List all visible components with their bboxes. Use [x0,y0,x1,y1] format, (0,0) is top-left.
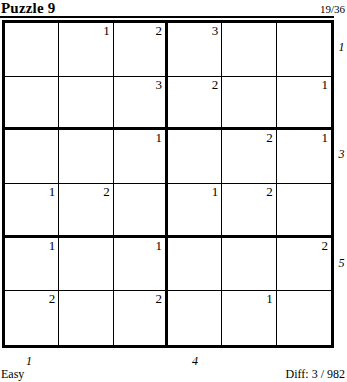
cell-r3c2[interactable] [59,130,113,184]
cell-r3c6[interactable]: 1 [277,130,331,184]
cell-r3c1[interactable] [5,130,59,184]
cell-r5c4[interactable] [168,238,222,292]
title-rule [0,16,334,18]
cell-r2c3[interactable]: 3 [114,77,168,131]
cell-r3c4[interactable] [168,130,222,184]
cell-r4c2[interactable]: 2 [59,184,113,238]
cell-r1c2[interactable]: 1 [59,23,113,77]
cell-r2c4[interactable]: 2 [168,77,222,131]
cell-r1c3[interactable]: 2 [114,23,168,77]
row-label-3: 3 [336,147,347,161]
row-label-1: 1 [336,40,347,54]
cell-r2c6[interactable]: 1 [277,77,331,131]
cell-r4c6[interactable] [277,184,331,238]
cell-r5c2[interactable] [59,238,113,292]
cell-r4c4[interactable]: 1 [168,184,222,238]
cell-r1c1[interactable] [5,23,59,77]
cell-r5c3[interactable]: 1 [114,238,168,292]
cell-r5c6[interactable]: 2 [277,238,331,292]
cell-r6c6[interactable] [277,291,331,345]
cell-r5c1[interactable]: 1 [5,238,59,292]
cell-r2c5[interactable] [222,77,276,131]
cell-r6c4[interactable] [168,291,222,345]
cell-r4c1[interactable]: 1 [5,184,59,238]
cell-r6c5[interactable]: 1 [222,291,276,345]
cell-r3c3[interactable]: 1 [114,130,168,184]
puzzle-page: Puzzle 9 19/36 1 2 3 3 2 1 1 2 1 1 2 1 2… [0,0,347,382]
row-label-5: 5 [336,256,347,270]
cell-r2c1[interactable] [5,77,59,131]
difficulty-score: Diff: 3 / 982 [286,367,345,382]
cell-r6c1[interactable]: 2 [5,291,59,345]
clue-counter: 19/36 [320,3,345,15]
col-label-1: 1 [22,354,36,368]
puzzle-title: Puzzle 9 [1,0,56,17]
cell-r1c4[interactable]: 3 [168,23,222,77]
cell-r1c6[interactable] [277,23,331,77]
cell-r4c3[interactable] [114,184,168,238]
cell-r3c5[interactable]: 2 [222,130,276,184]
cell-r4c5[interactable]: 2 [222,184,276,238]
cell-r2c2[interactable] [59,77,113,131]
cell-r6c3[interactable]: 2 [114,291,168,345]
col-label-4: 4 [188,354,202,368]
cell-r5c5[interactable] [222,238,276,292]
cell-r1c5[interactable] [222,23,276,77]
cell-r6c2[interactable] [59,291,113,345]
difficulty-label: Easy [1,367,24,382]
puzzle-grid: 1 2 3 3 2 1 1 2 1 1 2 1 2 1 1 2 2 2 [2,20,334,348]
